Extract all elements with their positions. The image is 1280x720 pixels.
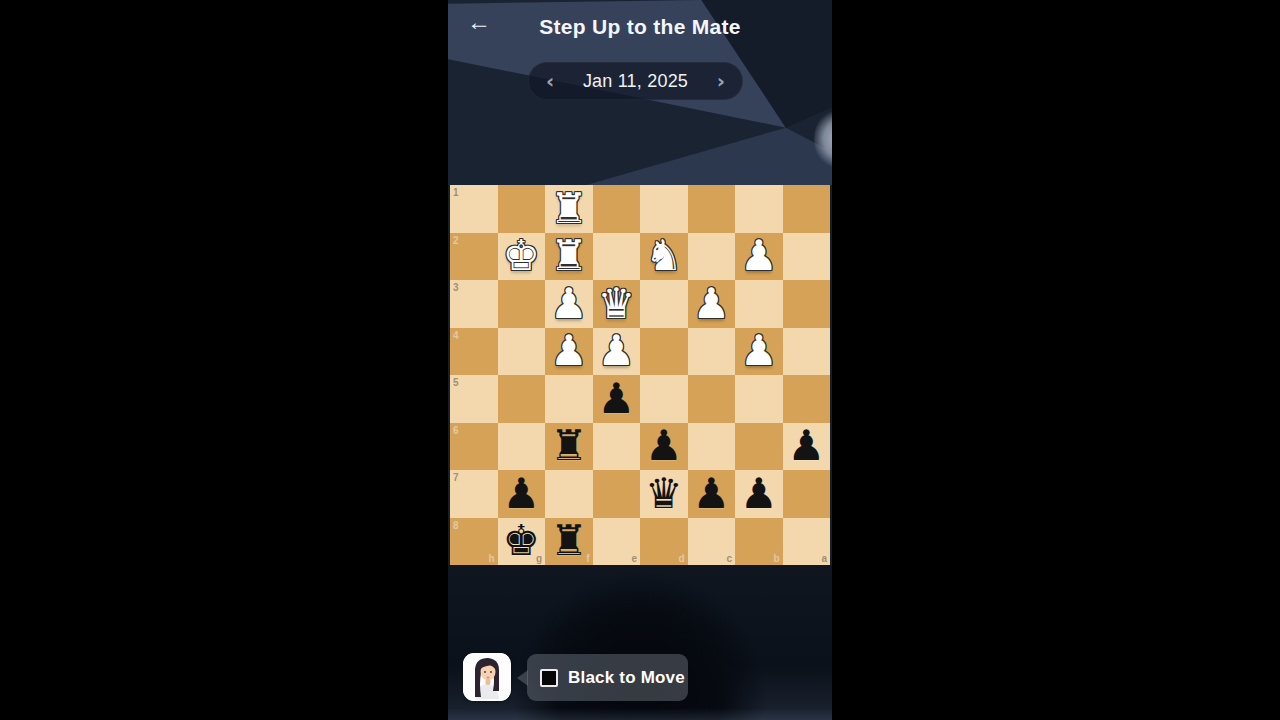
piece-black-pawn[interactable]: ♟ xyxy=(692,473,730,515)
piece-black-queen[interactable]: ♛ xyxy=(645,473,683,515)
square-b8[interactable]: b xyxy=(735,518,783,566)
square-d8[interactable]: d xyxy=(640,518,688,566)
square-f4[interactable]: ♟ xyxy=(545,328,593,376)
square-e6[interactable] xyxy=(593,423,641,471)
square-a3[interactable] xyxy=(783,280,831,328)
status-bar: Black to Move xyxy=(448,650,832,705)
square-b4[interactable]: ♟ xyxy=(735,328,783,376)
square-a8[interactable]: a xyxy=(783,518,831,566)
square-h3[interactable]: 3 xyxy=(450,280,498,328)
turn-indicator: Black to Move xyxy=(527,654,688,701)
square-g5[interactable] xyxy=(498,375,546,423)
square-d3[interactable] xyxy=(640,280,688,328)
chevron-left-icon[interactable]: ‹ xyxy=(546,71,554,91)
square-c5[interactable] xyxy=(688,375,736,423)
turn-indicator-label: Black to Move xyxy=(568,668,685,688)
square-c4[interactable] xyxy=(688,328,736,376)
piece-white-pawn[interactable]: ♟ xyxy=(550,330,588,372)
piece-white-pawn[interactable]: ♟ xyxy=(597,330,635,372)
piece-black-pawn[interactable]: ♟ xyxy=(787,425,825,467)
square-c6[interactable] xyxy=(688,423,736,471)
square-f1[interactable]: ♜ xyxy=(545,185,593,233)
square-f7[interactable] xyxy=(545,470,593,518)
file-label-g: g xyxy=(536,553,542,564)
square-g8[interactable]: g♚ xyxy=(498,518,546,566)
piece-white-pawn[interactable]: ♟ xyxy=(692,283,730,325)
square-f3[interactable]: ♟ xyxy=(545,280,593,328)
piece-white-pawn[interactable]: ♟ xyxy=(740,235,778,277)
piece-black-pawn[interactable]: ♟ xyxy=(740,473,778,515)
square-e3[interactable]: ♛ xyxy=(593,280,641,328)
piece-white-rook[interactable]: ♜ xyxy=(550,235,588,277)
square-h5[interactable]: 5 xyxy=(450,375,498,423)
square-e4[interactable]: ♟ xyxy=(593,328,641,376)
file-label-f: f xyxy=(586,553,589,564)
square-c3[interactable]: ♟ xyxy=(688,280,736,328)
square-a1[interactable] xyxy=(783,185,831,233)
square-h1[interactable]: 1 xyxy=(450,185,498,233)
square-a4[interactable] xyxy=(783,328,831,376)
file-label-a: a xyxy=(821,553,827,564)
square-b2[interactable]: ♟ xyxy=(735,233,783,281)
piece-white-pawn[interactable]: ♟ xyxy=(740,330,778,372)
piece-black-pawn[interactable]: ♟ xyxy=(645,425,683,467)
piece-black-rook[interactable]: ♜ xyxy=(550,520,588,562)
square-d4[interactable] xyxy=(640,328,688,376)
piece-black-rook[interactable]: ♜ xyxy=(550,425,588,467)
square-b3[interactable] xyxy=(735,280,783,328)
piece-white-rook[interactable]: ♜ xyxy=(550,188,588,230)
back-arrow-icon[interactable]: ← xyxy=(462,5,496,39)
square-h8[interactable]: 8h xyxy=(450,518,498,566)
square-a6[interactable]: ♟ xyxy=(783,423,831,471)
square-e1[interactable] xyxy=(593,185,641,233)
square-g4[interactable] xyxy=(498,328,546,376)
date-navigator[interactable]: ‹ Jan 11, 2025 › xyxy=(528,62,743,100)
square-f5[interactable] xyxy=(545,375,593,423)
square-h2[interactable]: 2 xyxy=(450,233,498,281)
header: ← Step Up to the Mate xyxy=(448,0,832,44)
square-g3[interactable] xyxy=(498,280,546,328)
file-label-e: e xyxy=(631,553,637,564)
square-e5[interactable]: ♟ xyxy=(593,375,641,423)
file-label-b: b xyxy=(773,553,779,564)
piece-black-pawn[interactable]: ♟ xyxy=(597,378,635,420)
rank-label-8: 8 xyxy=(453,520,459,531)
square-f8[interactable]: f♜ xyxy=(545,518,593,566)
square-g2[interactable]: ♚ xyxy=(498,233,546,281)
square-g7[interactable]: ♟ xyxy=(498,470,546,518)
square-b6[interactable] xyxy=(735,423,783,471)
piece-black-king[interactable]: ♚ xyxy=(502,520,540,562)
floor-sheen xyxy=(448,708,832,720)
square-a5[interactable] xyxy=(783,375,831,423)
piece-white-queen[interactable]: ♛ xyxy=(597,283,635,325)
app-screen: ← Step Up to the Mate ‹ Jan 11, 2025 › 1… xyxy=(448,0,832,720)
square-f6[interactable]: ♜ xyxy=(545,423,593,471)
page-title: Step Up to the Mate xyxy=(448,5,832,39)
square-g6[interactable] xyxy=(498,423,546,471)
black-side-icon xyxy=(540,669,558,687)
square-d6[interactable]: ♟ xyxy=(640,423,688,471)
rank-label-4: 4 xyxy=(453,330,459,341)
square-b1[interactable] xyxy=(735,185,783,233)
file-label-c: c xyxy=(726,553,732,564)
square-e2[interactable] xyxy=(593,233,641,281)
rank-label-1: 1 xyxy=(453,187,459,198)
file-label-h: h xyxy=(488,553,494,564)
rank-label-6: 6 xyxy=(453,425,459,436)
file-label-d: d xyxy=(678,553,684,564)
square-d2[interactable]: ♞ xyxy=(640,233,688,281)
avatar-illustration xyxy=(463,653,511,701)
piece-white-pawn[interactable]: ♟ xyxy=(550,283,588,325)
piece-black-pawn[interactable]: ♟ xyxy=(502,473,540,515)
piece-white-king[interactable]: ♚ xyxy=(502,235,540,277)
piece-white-knight[interactable]: ♞ xyxy=(645,235,683,277)
chevron-right-icon[interactable]: › xyxy=(717,71,725,91)
chess-board: 1♜2♚♜♞♟3♟♛♟4♟♟♟5♟6♜♟♟7♟♛♟♟8hg♚f♜edcba xyxy=(450,185,830,565)
rank-label-3: 3 xyxy=(453,282,459,293)
date-label: Jan 11, 2025 xyxy=(583,71,688,92)
square-f2[interactable]: ♜ xyxy=(545,233,593,281)
square-g1[interactable] xyxy=(498,185,546,233)
square-c8[interactable]: c xyxy=(688,518,736,566)
square-a7[interactable] xyxy=(783,470,831,518)
square-h4[interactable]: 4 xyxy=(450,328,498,376)
square-e7[interactable] xyxy=(593,470,641,518)
rank-label-5: 5 xyxy=(453,377,459,388)
square-c7[interactable]: ♟ xyxy=(688,470,736,518)
square-h6[interactable]: 6 xyxy=(450,423,498,471)
rank-label-7: 7 xyxy=(453,472,459,483)
square-a2[interactable] xyxy=(783,233,831,281)
square-d7[interactable]: ♛ xyxy=(640,470,688,518)
square-b5[interactable] xyxy=(735,375,783,423)
square-d5[interactable] xyxy=(640,375,688,423)
square-d1[interactable] xyxy=(640,185,688,233)
square-c1[interactable] xyxy=(688,185,736,233)
square-e8[interactable]: e xyxy=(593,518,641,566)
coach-avatar xyxy=(463,653,511,701)
square-h7[interactable]: 7 xyxy=(450,470,498,518)
rank-label-2: 2 xyxy=(453,235,459,246)
square-b7[interactable]: ♟ xyxy=(735,470,783,518)
square-c2[interactable] xyxy=(688,233,736,281)
